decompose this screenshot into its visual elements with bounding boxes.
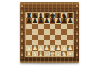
wooden-chess-box: ♜♞♝♛♚♝♞♜♟♟♟♟♟♟♟♟♟♟♟♟♟♟♟♟♜♞♝♛♚♝♞♜ <box>20 2 79 63</box>
chess-board: ♜♞♝♛♚♝♞♜♟♟♟♟♟♟♟♟♟♟♟♟♟♟♟♟♜♞♝♛♚♝♞♜ <box>26 13 73 56</box>
square: ♜ <box>67 51 73 56</box>
left-frame-inlay <box>21 5 23 59</box>
right-frame-inlay <box>76 5 78 59</box>
product-photo-scene: ♜♞♝♛♚♝♞♜♟♟♟♟♟♟♟♟♟♟♟♟♟♟♟♟♜♞♝♛♚♝♞♜ <box>0 0 100 67</box>
